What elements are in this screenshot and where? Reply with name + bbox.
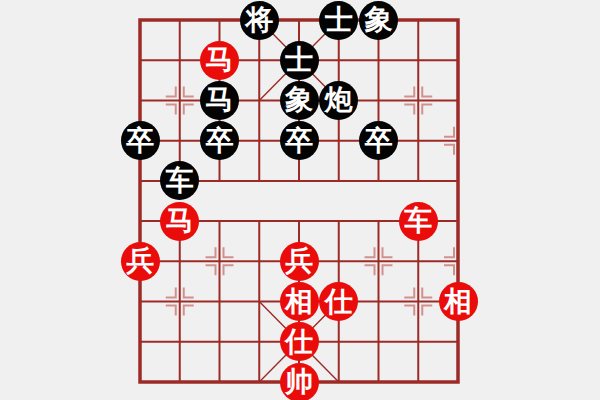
pieces-layer: 将士象马士马象炮卒卒卒卒车马车兵兵相仕相仕帅 (140, 20, 458, 382)
piece-black-general[interactable]: 将 (240, 1, 279, 40)
piece-red-advisor[interactable]: 仕 (319, 282, 358, 321)
xiangqi-board: 将士象马士马象炮卒卒卒卒车马车兵兵相仕相仕帅 (140, 20, 458, 382)
screen: { "game": "xiangqi", "board": { "files":… (0, 0, 600, 400)
piece-red-soldier[interactable]: 兵 (121, 242, 160, 281)
piece-red-chariot[interactable]: 车 (399, 202, 438, 241)
piece-black-soldier[interactable]: 卒 (359, 121, 398, 160)
piece-red-soldier[interactable]: 兵 (280, 242, 319, 281)
piece-red-general[interactable]: 帅 (280, 363, 319, 400)
piece-red-horse[interactable]: 马 (160, 202, 199, 241)
piece-black-soldier[interactable]: 卒 (280, 121, 319, 160)
piece-black-soldier[interactable]: 卒 (200, 121, 239, 160)
piece-black-advisor[interactable]: 士 (280, 41, 319, 80)
piece-black-elephant[interactable]: 象 (359, 1, 398, 40)
piece-red-elephant[interactable]: 相 (280, 282, 319, 321)
xiangqi-app: 将士象马士马象炮卒卒卒卒车马车兵兵相仕相仕帅 (0, 0, 600, 400)
piece-black-soldier[interactable]: 卒 (121, 121, 160, 160)
piece-black-advisor[interactable]: 士 (319, 1, 358, 40)
piece-red-horse[interactable]: 马 (200, 41, 239, 80)
piece-black-elephant[interactable]: 象 (280, 81, 319, 120)
piece-red-elephant[interactable]: 相 (439, 282, 478, 321)
piece-black-chariot[interactable]: 车 (160, 161, 199, 200)
piece-black-cannon[interactable]: 炮 (319, 81, 358, 120)
piece-red-advisor[interactable]: 仕 (280, 322, 319, 361)
piece-black-horse[interactable]: 马 (200, 81, 239, 120)
